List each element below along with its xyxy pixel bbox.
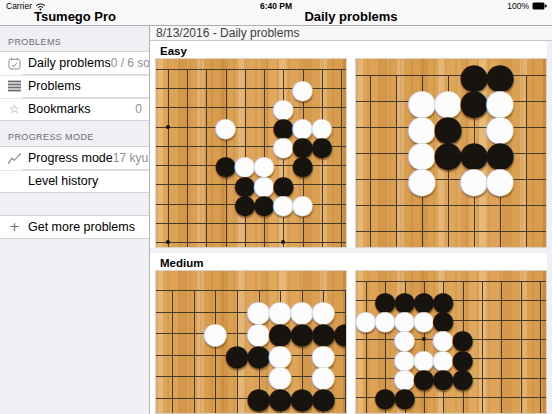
sidebar-item-label: Problems xyxy=(28,79,142,93)
page-title: Daily problems xyxy=(150,9,552,24)
medium-boards-row: ●●●●●●●●●●●●●●●●●●●●●●●●●●●●●●●●●●●●●●●●… xyxy=(150,270,547,414)
easy-boards-row: ●●●●●●●●●●●●●●●●●●●●●●●●●●●●●●●●●●●● xyxy=(150,58,547,248)
content-pane: 8/13/2016 - Daily problems Easy ●●●●●●●●… xyxy=(150,26,552,414)
sidebar-item-label: Bookmarks xyxy=(28,102,135,116)
daily-problems-count: 0 / 6 solved xyxy=(111,56,150,70)
bookmarks-count: 0 xyxy=(135,102,142,116)
section-medium: Medium ●●●●●●●●●●●●●●●●●●●●●●●●●●●●●●●●●… xyxy=(150,253,547,414)
sidebar-group-progress: Progress mode 17 kyu Level history xyxy=(0,146,149,193)
sidebar-item-problems[interactable]: Problems xyxy=(0,75,149,97)
sidebar-item-label: Progress mode xyxy=(28,151,113,165)
star-point xyxy=(422,337,426,341)
sidebar-group-problems: Daily problems 0 / 6 solved Problems xyxy=(0,51,149,121)
star-point xyxy=(166,125,170,129)
star-point xyxy=(166,240,170,244)
sidebar-item-label: Daily problems xyxy=(28,56,111,70)
section-header-progress-mode: PROGRESS MODE xyxy=(8,133,141,142)
progress-rank: 17 kyu xyxy=(113,151,148,165)
empty-icon-slot xyxy=(7,174,22,188)
list-icon xyxy=(7,79,22,93)
go-board-easy_left[interactable]: ●●●●●●●●●●●●●●●●●●●● xyxy=(155,58,347,248)
sidebar-item-get-more-problems[interactable]: + Get more problems xyxy=(0,216,149,238)
sidebar: PROBLEMS Daily problems 0 / 6 solved xyxy=(0,26,150,414)
top-chrome: Carrier 6:40 PM 100% Tsumego Pro Daily p… xyxy=(0,0,552,26)
go-board-medium_right[interactable]: ●●●●●●●●●●●●●●●●●●●●●● xyxy=(355,270,547,414)
sidebar-item-daily-problems[interactable]: Daily problems 0 / 6 solved xyxy=(0,52,149,74)
star-point xyxy=(281,240,285,244)
calendar-icon xyxy=(7,56,22,70)
go-board-easy_right[interactable]: ●●●●●●●●●●●●●●●● xyxy=(355,58,547,248)
sidebar-item-label: Level history xyxy=(28,174,142,188)
section-label-easy: Easy xyxy=(160,45,547,57)
sidebar-group-more: + Get more problems xyxy=(0,215,149,239)
chart-line-icon xyxy=(7,151,22,165)
go-board-medium_left[interactable]: ●●●●●●●●●●●●●●●●●●●● xyxy=(155,270,347,414)
sidebar-item-bookmarks[interactable]: ☆ Bookmarks 0 xyxy=(0,98,149,120)
section-header-problems: PROBLEMS xyxy=(8,38,141,47)
sidebar-item-level-history[interactable]: Level history xyxy=(0,170,149,192)
sidebar-title: Tsumego Pro xyxy=(0,9,150,24)
sidebar-item-progress-mode[interactable]: Progress mode 17 kyu xyxy=(0,147,149,169)
section-easy: Easy ●●●●●●●●●●●●●●●●●●●●●●●●●●●●●●●●●●●… xyxy=(150,41,547,248)
sidebar-gap xyxy=(0,193,149,215)
app-screen: Carrier 6:40 PM 100% Tsumego Pro Daily p… xyxy=(0,0,552,414)
section-label-medium: Medium xyxy=(160,257,547,269)
plus-icon: + xyxy=(7,220,22,234)
star-icon: ☆ xyxy=(7,102,22,116)
date-header: 8/13/2016 - Daily problems xyxy=(150,26,552,41)
sidebar-item-label: Get more problems xyxy=(28,220,142,234)
